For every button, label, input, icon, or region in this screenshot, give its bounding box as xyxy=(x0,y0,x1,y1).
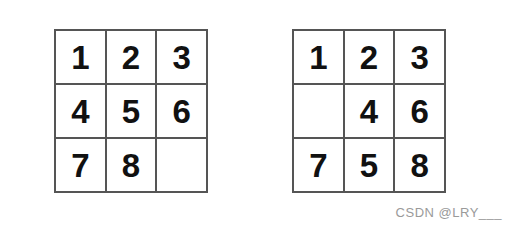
left-cell-r0c0: 1 xyxy=(56,31,105,83)
right-cell-r0c1: 2 xyxy=(345,31,394,83)
right-cell-r1c1: 4 xyxy=(345,85,394,137)
right-cell-r2c1: 5 xyxy=(345,139,394,191)
right-board: 1 2 3 4 6 7 5 8 xyxy=(292,29,446,193)
right-cell-r0c0: 1 xyxy=(294,31,343,83)
left-cell-r1c1: 5 xyxy=(107,85,156,137)
right-cell-r2c0: 7 xyxy=(294,139,343,191)
left-cell-r0c2: 3 xyxy=(157,31,206,83)
right-cell-r0c2: 3 xyxy=(395,31,444,83)
right-cell-r1c2: 6 xyxy=(395,85,444,137)
left-cell-r1c0: 4 xyxy=(56,85,105,137)
left-cell-r2c0: 7 xyxy=(56,139,105,191)
left-cell-r2c1: 8 xyxy=(107,139,156,191)
left-cell-r1c2: 6 xyxy=(157,85,206,137)
left-cell-r0c1: 2 xyxy=(107,31,156,83)
right-cell-r1c0-blank xyxy=(294,85,343,137)
csdn-watermark: CSDN @LRY___ xyxy=(396,205,502,220)
left-board: 1 2 3 4 5 6 7 8 xyxy=(54,29,208,193)
puzzle-diagram: 1 2 3 4 5 6 7 8 1 2 3 4 6 7 5 8 CSDN @LR… xyxy=(0,0,507,229)
left-cell-r2c2-blank xyxy=(157,139,206,191)
right-cell-r2c2: 8 xyxy=(395,139,444,191)
